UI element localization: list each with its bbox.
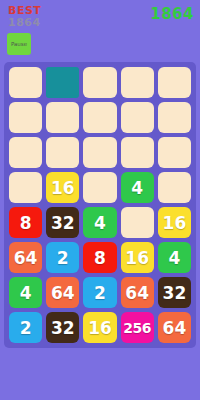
empty-cell — [121, 137, 154, 168]
tile-4: 4 — [158, 242, 191, 273]
empty-cell — [9, 102, 42, 133]
empty-cell — [158, 137, 191, 168]
tile-16: 16 — [158, 207, 191, 238]
tile-8: 8 — [83, 242, 116, 273]
empty-cell — [46, 102, 79, 133]
tile-64: 64 — [46, 277, 79, 308]
empty-cell — [158, 172, 191, 203]
empty-cell — [158, 102, 191, 133]
tile-256: 256 — [121, 312, 154, 343]
current-score-value: 1864 — [150, 5, 194, 23]
empty-cell — [46, 137, 79, 168]
empty-cell — [83, 102, 116, 133]
teal-tile — [46, 67, 79, 98]
empty-cell — [121, 207, 154, 238]
tile-2: 2 — [83, 277, 116, 308]
tile-32: 32 — [158, 277, 191, 308]
tile-2: 2 — [46, 242, 79, 273]
tile-4: 4 — [9, 277, 42, 308]
empty-cell — [121, 102, 154, 133]
best-score-value: 1864 — [8, 16, 41, 29]
empty-cell — [121, 67, 154, 98]
tile-16: 16 — [121, 242, 154, 273]
empty-cell — [83, 137, 116, 168]
pause-button[interactable]: Pause — [7, 33, 31, 55]
game-board[interactable]: 1648324166428164464264322321625664 — [4, 62, 196, 348]
tile-64: 64 — [158, 312, 191, 343]
tile-16: 16 — [46, 172, 79, 203]
empty-cell — [158, 67, 191, 98]
tile-16: 16 — [83, 312, 116, 343]
tile-32: 32 — [46, 207, 79, 238]
tile-64: 64 — [121, 277, 154, 308]
empty-cell — [9, 67, 42, 98]
tile-64: 64 — [9, 242, 42, 273]
empty-cell — [9, 137, 42, 168]
tile-8: 8 — [9, 207, 42, 238]
tile-4: 4 — [83, 207, 116, 238]
empty-cell — [9, 172, 42, 203]
tile-4: 4 — [121, 172, 154, 203]
empty-cell — [83, 67, 116, 98]
tile-2: 2 — [9, 312, 42, 343]
tile-32: 32 — [46, 312, 79, 343]
empty-cell — [83, 172, 116, 203]
